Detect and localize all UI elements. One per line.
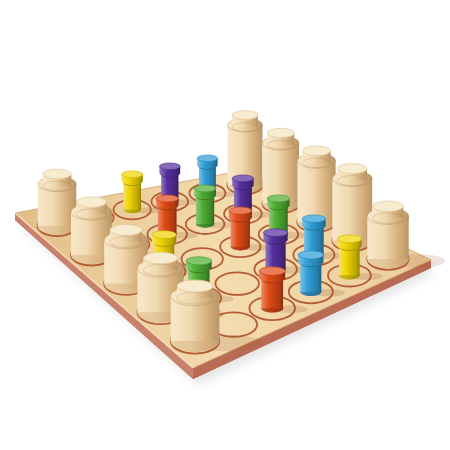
pegboard-photo <box>0 0 450 450</box>
product-photo-stage <box>0 0 450 450</box>
cup-f6-r5[interactable] <box>367 201 445 268</box>
